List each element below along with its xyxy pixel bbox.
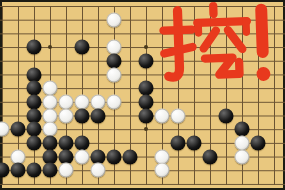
white-stone xyxy=(0,122,10,137)
star-point xyxy=(144,127,148,131)
black-stone xyxy=(123,149,138,164)
black-stone xyxy=(43,163,58,178)
black-stone xyxy=(107,149,122,164)
black-stone xyxy=(0,163,10,178)
white-stone xyxy=(59,163,74,178)
white-stone xyxy=(171,108,186,123)
black-stone xyxy=(27,136,42,151)
white-stone xyxy=(107,94,122,109)
white-stone xyxy=(155,108,170,123)
star-point xyxy=(144,45,148,49)
go-board-screenshot: 挖! xyxy=(0,0,285,190)
black-stone xyxy=(27,40,42,55)
black-stone xyxy=(11,163,26,178)
white-stone xyxy=(155,163,170,178)
black-stone xyxy=(91,108,106,123)
black-stone xyxy=(75,108,90,123)
white-stone xyxy=(107,12,122,27)
white-stone xyxy=(235,149,250,164)
black-stone xyxy=(219,108,234,123)
black-stone xyxy=(171,136,186,151)
black-stone xyxy=(139,53,154,68)
star-point xyxy=(48,45,52,49)
black-stone xyxy=(27,163,42,178)
white-stone xyxy=(91,163,106,178)
star-point xyxy=(240,45,244,49)
black-stone xyxy=(139,108,154,123)
black-stone xyxy=(187,136,202,151)
black-stone xyxy=(11,122,26,137)
go-board[interactable] xyxy=(0,0,285,190)
black-stone xyxy=(75,40,90,55)
white-stone xyxy=(75,149,90,164)
white-stone xyxy=(59,108,74,123)
black-stone xyxy=(251,136,266,151)
black-stone xyxy=(203,149,218,164)
white-stone xyxy=(107,67,122,82)
